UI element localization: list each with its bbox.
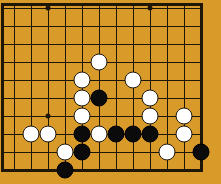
white-stone: ○ <box>57 144 74 161</box>
white-stone: ○ <box>74 72 91 89</box>
star-point <box>46 114 51 119</box>
star-point <box>46 6 51 11</box>
white-stone: ○ <box>176 108 193 125</box>
grid-line-v <box>99 6 100 169</box>
white-stone: ○ <box>74 90 91 107</box>
white-stone: ○ <box>142 90 159 107</box>
grid-line-v <box>184 6 185 169</box>
white-stone: ○ <box>40 126 57 143</box>
go-board-diagram: ○○○○●○○○○○○●○●●●○○●○●● <box>0 0 221 184</box>
grid-line-v <box>48 6 49 169</box>
grid-line-h <box>4 116 200 117</box>
white-stone: ○ <box>74 108 91 125</box>
black-stone: ● <box>91 90 108 107</box>
white-stone: ○ <box>159 144 176 161</box>
star-point <box>148 6 153 11</box>
grid-line-h <box>4 80 200 81</box>
white-stone: ○ <box>125 72 142 89</box>
grid-line-h <box>4 26 200 27</box>
grid-line-v <box>116 6 117 169</box>
white-stone: ○ <box>91 126 108 143</box>
grid-line-v <box>150 6 151 169</box>
grid-line-v <box>14 6 15 169</box>
black-stone: ● <box>57 162 74 179</box>
white-stone: ○ <box>23 126 40 143</box>
white-stone: ○ <box>91 54 108 71</box>
white-stone: ○ <box>142 108 159 125</box>
grid-line-h <box>4 8 200 9</box>
black-stone: ● <box>142 126 159 143</box>
black-stone: ● <box>108 126 125 143</box>
black-stone: ● <box>193 144 210 161</box>
white-stone: ○ <box>176 126 193 143</box>
black-stone: ● <box>125 126 142 143</box>
grid-line-v <box>31 6 32 169</box>
grid-line-h <box>4 44 200 45</box>
black-stone: ● <box>74 126 91 143</box>
black-stone: ● <box>74 144 91 161</box>
